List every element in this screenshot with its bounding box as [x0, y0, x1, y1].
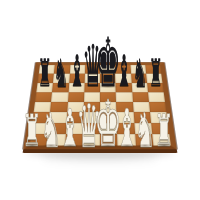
chess-set-photo: ♜♞♝♛♚♝♞♜♜♞♝♛♚♝♞♜	[0, 0, 200, 200]
black-rook: ♜	[148, 54, 162, 92]
white-rook: ♜	[155, 109, 174, 153]
white-knight: ♞	[135, 106, 156, 154]
black-knight: ♞	[54, 53, 69, 93]
black-rook: ♜	[38, 54, 52, 92]
black-knight: ♞	[132, 53, 147, 93]
pieces-layer: ♜♞♝♛♚♝♞♜♜♞♝♛♚♝♞♜	[0, 0, 200, 200]
white-rook: ♜	[23, 109, 42, 153]
